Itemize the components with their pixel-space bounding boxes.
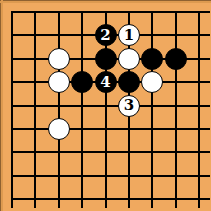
black-stone[interactable] — [71, 71, 93, 93]
board-frame-left-shade — [1, 0, 3, 211]
grid-line-horizontal — [11, 175, 210, 177]
white-stone[interactable] — [118, 48, 140, 70]
grid-line-horizontal — [11, 198, 210, 200]
grid-line-vertical — [151, 11, 153, 208]
board-edge-line-left — [11, 11, 13, 208]
grid-line-horizontal — [11, 128, 210, 130]
grid-line-vertical — [34, 11, 36, 208]
go-board[interactable]: 2143 — [0, 0, 211, 211]
black-stone[interactable] — [118, 71, 140, 93]
move-number-label: 1 — [124, 27, 134, 42]
white-stone[interactable]: 1 — [118, 24, 140, 46]
white-stone[interactable] — [141, 71, 163, 93]
grid-line-vertical — [198, 11, 200, 208]
grid-line-vertical — [175, 11, 177, 208]
black-stone[interactable]: 4 — [95, 71, 117, 93]
grid-line-vertical — [58, 11, 60, 208]
grid-line-horizontal — [11, 151, 210, 153]
board-edge-line-top — [11, 11, 210, 13]
white-stone[interactable]: 3 — [118, 95, 140, 117]
board-frame-top-shade — [0, 1, 211, 3]
move-number-label: 2 — [100, 27, 110, 42]
black-stone[interactable] — [95, 48, 117, 70]
white-stone[interactable] — [48, 118, 70, 140]
black-stone[interactable] — [141, 48, 163, 70]
move-number-label: 3 — [124, 98, 134, 113]
move-number-label: 4 — [100, 74, 110, 89]
grid-line-horizontal — [11, 105, 210, 107]
white-stone[interactable] — [48, 71, 70, 93]
white-stone[interactable] — [48, 48, 70, 70]
grid-line-vertical — [81, 11, 83, 208]
black-stone[interactable]: 2 — [95, 24, 117, 46]
black-stone[interactable] — [165, 48, 187, 70]
